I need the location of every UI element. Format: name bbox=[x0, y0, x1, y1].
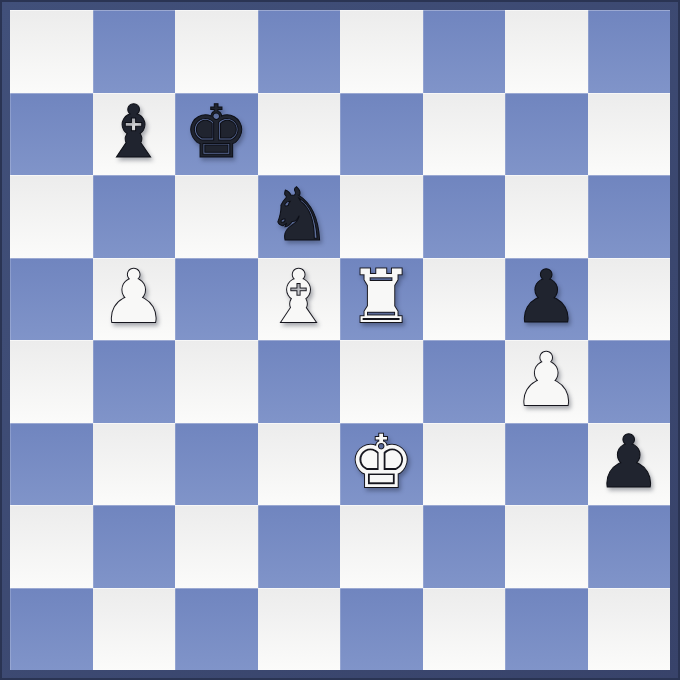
square-a2[interactable] bbox=[10, 505, 93, 588]
square-h3[interactable]: ♟︎ bbox=[588, 423, 671, 506]
square-c2[interactable] bbox=[175, 505, 258, 588]
square-f5[interactable] bbox=[423, 258, 506, 341]
square-b1[interactable] bbox=[93, 588, 176, 671]
square-e7[interactable] bbox=[340, 93, 423, 176]
white-pawn-g4[interactable]: ♟︎ bbox=[514, 343, 579, 420]
square-b3[interactable] bbox=[93, 423, 176, 506]
square-b4[interactable] bbox=[93, 340, 176, 423]
white-pawn-b5[interactable]: ♟︎ bbox=[101, 260, 166, 337]
square-d8[interactable] bbox=[258, 10, 341, 93]
square-f6[interactable] bbox=[423, 175, 506, 258]
square-d5[interactable]: ♝︎ bbox=[258, 258, 341, 341]
square-f1[interactable] bbox=[423, 588, 506, 671]
square-f8[interactable] bbox=[423, 10, 506, 93]
square-g6[interactable] bbox=[505, 175, 588, 258]
square-d6[interactable]: ♞︎ bbox=[258, 175, 341, 258]
square-b7[interactable]: ♝︎ bbox=[93, 93, 176, 176]
square-a4[interactable] bbox=[10, 340, 93, 423]
square-c5[interactable] bbox=[175, 258, 258, 341]
square-f3[interactable] bbox=[423, 423, 506, 506]
square-f2[interactable] bbox=[423, 505, 506, 588]
square-g8[interactable] bbox=[505, 10, 588, 93]
square-b2[interactable] bbox=[93, 505, 176, 588]
square-h8[interactable] bbox=[588, 10, 671, 93]
black-pawn-g5[interactable]: ♟︎ bbox=[514, 260, 579, 337]
square-c1[interactable] bbox=[175, 588, 258, 671]
square-a3[interactable] bbox=[10, 423, 93, 506]
square-c8[interactable] bbox=[175, 10, 258, 93]
square-e2[interactable] bbox=[340, 505, 423, 588]
square-e4[interactable] bbox=[340, 340, 423, 423]
square-d7[interactable] bbox=[258, 93, 341, 176]
square-c6[interactable] bbox=[175, 175, 258, 258]
square-f7[interactable] bbox=[423, 93, 506, 176]
chess-board: ♝︎♚︎♞︎♟︎♝︎♜︎♟︎♟︎♚︎♟︎ bbox=[10, 10, 670, 670]
square-g7[interactable] bbox=[505, 93, 588, 176]
square-d3[interactable] bbox=[258, 423, 341, 506]
square-h6[interactable] bbox=[588, 175, 671, 258]
square-h1[interactable] bbox=[588, 588, 671, 671]
square-e6[interactable] bbox=[340, 175, 423, 258]
square-a1[interactable] bbox=[10, 588, 93, 671]
board-frame: ♝︎♚︎♞︎♟︎♝︎♜︎♟︎♟︎♚︎♟︎ bbox=[0, 0, 680, 680]
square-g1[interactable] bbox=[505, 588, 588, 671]
square-a5[interactable] bbox=[10, 258, 93, 341]
square-e5[interactable]: ♜︎ bbox=[340, 258, 423, 341]
square-b6[interactable] bbox=[93, 175, 176, 258]
square-g5[interactable]: ♟︎ bbox=[505, 258, 588, 341]
white-bishop-d5[interactable]: ♝︎ bbox=[266, 260, 331, 337]
square-g2[interactable] bbox=[505, 505, 588, 588]
square-d2[interactable] bbox=[258, 505, 341, 588]
square-h4[interactable] bbox=[588, 340, 671, 423]
black-bishop-b7[interactable]: ♝︎ bbox=[101, 95, 166, 172]
square-e8[interactable] bbox=[340, 10, 423, 93]
square-d1[interactable] bbox=[258, 588, 341, 671]
black-knight-d6[interactable]: ♞︎ bbox=[266, 178, 331, 255]
square-a7[interactable] bbox=[10, 93, 93, 176]
square-a8[interactable] bbox=[10, 10, 93, 93]
white-rook-e5[interactable]: ♜︎ bbox=[349, 260, 414, 337]
square-a6[interactable] bbox=[10, 175, 93, 258]
square-b5[interactable]: ♟︎ bbox=[93, 258, 176, 341]
square-h7[interactable] bbox=[588, 93, 671, 176]
black-king-c7[interactable]: ♚︎ bbox=[184, 95, 249, 172]
square-h2[interactable] bbox=[588, 505, 671, 588]
square-c7[interactable]: ♚︎ bbox=[175, 93, 258, 176]
square-e3[interactable]: ♚︎ bbox=[340, 423, 423, 506]
square-h5[interactable] bbox=[588, 258, 671, 341]
square-f4[interactable] bbox=[423, 340, 506, 423]
square-g4[interactable]: ♟︎ bbox=[505, 340, 588, 423]
white-king-e3[interactable]: ♚︎ bbox=[349, 425, 414, 502]
square-b8[interactable] bbox=[93, 10, 176, 93]
square-c4[interactable] bbox=[175, 340, 258, 423]
square-g3[interactable] bbox=[505, 423, 588, 506]
square-c3[interactable] bbox=[175, 423, 258, 506]
square-e1[interactable] bbox=[340, 588, 423, 671]
square-d4[interactable] bbox=[258, 340, 341, 423]
black-pawn-h3[interactable]: ♟︎ bbox=[596, 425, 661, 502]
